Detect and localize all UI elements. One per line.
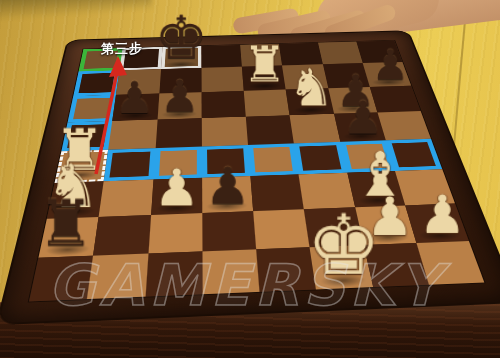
chess-game-screen: ♚♜♟♟♟♞♟♟♜♞♟♟♝♜♟♟♚ GAMERSKY 第三步	[0, 0, 500, 358]
square-d6[interactable]	[201, 91, 245, 118]
piece-black-pawn[interactable]: ♟	[160, 74, 199, 118]
chess-board: ♚♜♟♟♟♞♟♟♜♞♟♟♝♜♟♟♚	[0, 31, 500, 323]
square-d7[interactable]	[201, 67, 243, 92]
square-b2[interactable]	[93, 215, 150, 256]
square-d1[interactable]	[202, 249, 259, 294]
square-f1[interactable]: ♚	[310, 245, 373, 290]
square-b1[interactable]	[87, 253, 148, 299]
square-e3[interactable]	[250, 175, 304, 211]
square-e2[interactable]	[253, 209, 310, 249]
board-grid: ♚♜♟♟♟♞♟♟♜♞♟♟♝♜♟♟♚	[29, 40, 484, 301]
square-e7[interactable]: ♜	[242, 66, 286, 91]
square-h2[interactable]: ♟	[405, 203, 469, 243]
square-g5[interactable]: ♟	[334, 112, 386, 142]
square-c1[interactable]	[145, 251, 202, 296]
square-a2[interactable]: ♜	[38, 217, 98, 258]
square-b4[interactable]	[104, 148, 155, 181]
piece-white-pawn[interactable]: ♟	[418, 188, 466, 241]
piece-black-pawn[interactable]: ♟	[371, 44, 408, 86]
square-f4[interactable]	[294, 142, 347, 175]
square-f6[interactable]: ♞	[286, 88, 334, 115]
piece-white-rook[interactable]: ♜	[243, 40, 287, 89]
square-h5[interactable]	[377, 111, 431, 140]
square-c3[interactable]: ♟	[151, 178, 202, 215]
piece-black-rook[interactable]: ♜	[38, 192, 95, 255]
piece-black-pawn[interactable]: ♟	[205, 160, 251, 211]
piece-black-pawn[interactable]: ♟	[342, 95, 383, 141]
square-h1[interactable]	[416, 241, 484, 285]
piece-white-knight[interactable]: ♞	[289, 63, 335, 114]
square-d5[interactable]	[202, 117, 248, 147]
square-a1[interactable]	[29, 255, 93, 301]
square-c5[interactable]	[155, 118, 202, 148]
square-e6[interactable]	[244, 89, 290, 116]
square-d3[interactable]: ♟	[202, 176, 253, 212]
square-f5[interactable]	[290, 114, 340, 144]
square-b6[interactable]: ♟	[112, 93, 158, 121]
piece-white-pawn[interactable]: ♟	[154, 162, 200, 213]
step-label: 第三步	[101, 40, 143, 58]
square-a7[interactable]	[73, 70, 119, 95]
piece-white-king[interactable]: ♚	[307, 204, 382, 287]
square-b3[interactable]	[99, 180, 153, 217]
piece-black-pawn[interactable]: ♟	[115, 75, 155, 119]
square-b5[interactable]	[108, 119, 157, 149]
square-e4[interactable]	[248, 143, 299, 176]
square-c8[interactable]: ♚	[161, 46, 202, 69]
piece-black-king[interactable]: ♚	[154, 8, 208, 68]
square-c6[interactable]: ♟	[157, 92, 201, 120]
square-d2[interactable]	[202, 211, 256, 251]
square-c2[interactable]	[148, 213, 202, 254]
square-e5[interactable]	[246, 115, 294, 145]
